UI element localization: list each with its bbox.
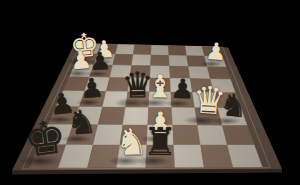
piece-black-king-h8[interactable]: ♚ xyxy=(22,113,69,164)
chess-scene: ♚♟♟♟♟♟♝♛♟♞♛♟♟♞♜♞♚ xyxy=(0,0,300,185)
piece-white-knight-e8[interactable]: ♞ xyxy=(115,124,149,161)
piece-black-pawn-g5[interactable]: ♟ xyxy=(79,75,105,103)
pieces-layer: ♚♟♟♟♟♟♝♛♟♞♛♟♟♞♜♞♚ xyxy=(0,0,300,185)
piece-black-rook-d8[interactable]: ♜ xyxy=(143,123,178,161)
piece-black-pawn-g3[interactable]: ♟ xyxy=(89,49,112,75)
piece-black-knight-g7[interactable]: ♞ xyxy=(65,105,98,141)
piece-black-queen-e5[interactable]: ♛ xyxy=(121,67,153,103)
piece-black-knight-a6[interactable]: ♞ xyxy=(218,88,249,122)
piece-white-pawn-a2[interactable]: ♟ xyxy=(205,40,228,65)
